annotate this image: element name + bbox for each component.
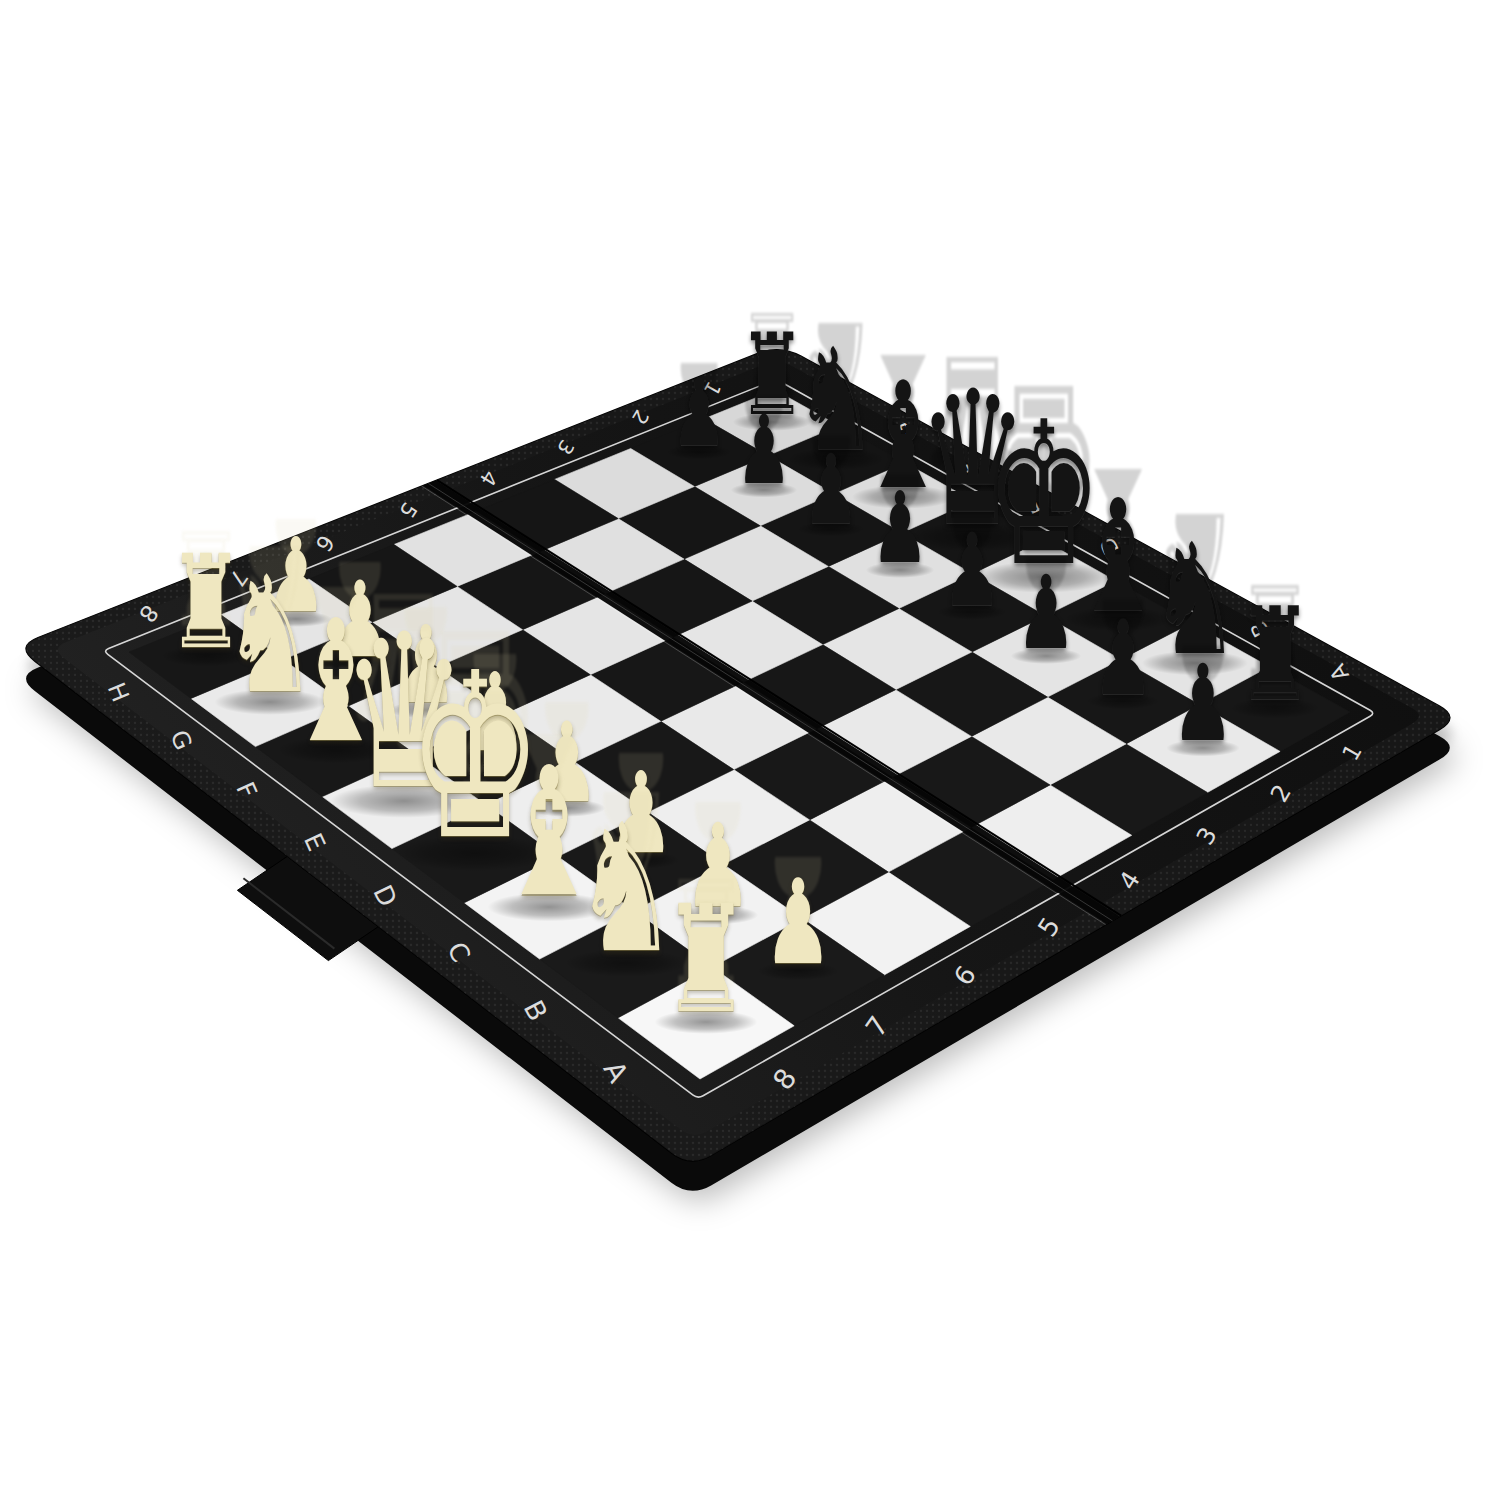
- piece-reflection: ♞: [795, 301, 878, 442]
- piece-reflection: ♚: [407, 595, 543, 824]
- piece-shadow: [602, 851, 680, 869]
- piece-glyph: ♟: [395, 612, 458, 719]
- piece-glyph: ♟: [736, 403, 792, 498]
- piece-shadow: [852, 485, 955, 509]
- piece-glyph: ♞: [1150, 522, 1241, 676]
- piece-glyph: ♝: [496, 744, 601, 922]
- piece-shadow: [732, 413, 811, 431]
- piece-glyph: ♜: [168, 537, 245, 666]
- piece-glyph: ♟: [607, 758, 674, 870]
- piece-shadow: [277, 737, 395, 764]
- piece-reflection: ♜: [1237, 564, 1313, 692]
- piece-glyph: ♟: [763, 863, 833, 981]
- piece-glyph: ♝: [286, 596, 386, 765]
- piece-glyph: ♝: [1072, 478, 1164, 633]
- piece-reflection: ♛: [341, 561, 467, 774]
- piece-reflection: ♞: [574, 764, 679, 941]
- piece-shadow: [866, 562, 935, 578]
- piece-glyph: ♞: [795, 330, 878, 471]
- piece-reflection: ♚: [985, 355, 1102, 553]
- piece-reflection: ♟: [803, 421, 860, 517]
- piece-shadow: [667, 445, 732, 460]
- piece-shadow: [757, 962, 839, 981]
- piece-shadow: [1087, 692, 1160, 709]
- piece-shadow: [395, 834, 555, 871]
- piece-shadow: [677, 905, 758, 924]
- piece-shadow: [161, 645, 251, 666]
- piece-reflection: ♟: [395, 590, 458, 697]
- piece-reflection: ♟: [942, 499, 1002, 600]
- piece-reflection: ♝: [496, 707, 601, 885]
- piece-reflection: ♟: [684, 785, 752, 901]
- piece-reflection: ♛: [918, 328, 1028, 514]
- piece-glyph: ♚: [407, 643, 543, 872]
- piece-reflection: ♜: [662, 855, 750, 1003]
- piece-reflection: ♟: [1093, 584, 1155, 688]
- piece-glyph: ♝: [860, 362, 947, 509]
- piece-glyph: ♞: [574, 801, 679, 978]
- piece-shadow: [389, 701, 464, 718]
- piece-reflection: ♟: [534, 685, 599, 795]
- piece-shadow: [937, 604, 1007, 620]
- piece-shadow: [975, 561, 1113, 593]
- piece-shadow: [731, 483, 798, 498]
- piece-glyph: ♟: [1172, 651, 1235, 757]
- piece-glyph: ♛: [918, 367, 1028, 553]
- piece-shadow: [1064, 607, 1172, 632]
- piece-reflection: ♟: [1016, 541, 1076, 643]
- piece-reflection: ♟: [763, 839, 833, 957]
- piece-shadow: [1011, 648, 1082, 664]
- piece-glyph: ♟: [803, 441, 860, 537]
- piece-glyph: ♚: [985, 396, 1102, 594]
- product-photo: 1122334455667788HHGGFFEEDDCCBBAA ♜♜♞♞♟♟♝…: [0, 0, 1500, 1500]
- piece-glyph: ♟: [684, 809, 752, 925]
- piece-reflection: ♟: [266, 503, 327, 606]
- piece-shadow: [1230, 698, 1320, 719]
- piece-reflection: ♞: [222, 521, 317, 682]
- piece-glyph: ♟: [534, 707, 599, 817]
- piece-shadow: [564, 949, 688, 977]
- piece-reflection: ♟: [871, 459, 929, 558]
- piece-glyph: ♜: [738, 318, 805, 431]
- piece-glyph: ♛: [341, 606, 467, 819]
- pieces-layer: ♜♜♞♞♟♟♝♝♟♟♛♛♟♟♚♚♟♟♝♝♟♟♞♞♟♟♟♟♜♜♟♟♟♟♜♜♟♟♟♟…: [0, 0, 1500, 1500]
- piece-reflection: ♟: [463, 637, 527, 745]
- piece-glyph: ♟: [1093, 606, 1155, 710]
- piece-shadow: [654, 1010, 758, 1034]
- piece-reflection: ♝: [1072, 446, 1164, 601]
- piece-glyph: ♜: [1237, 591, 1313, 719]
- piece-shadow: [908, 522, 1038, 552]
- piece-glyph: ♟: [942, 520, 1002, 621]
- piece-reflection: ♟: [672, 347, 727, 440]
- piece-shadow: [487, 892, 611, 921]
- piece-shadow: [528, 799, 605, 817]
- piece-shadow: [1142, 651, 1249, 676]
- piece-reflection: ♟: [607, 734, 674, 846]
- piece-glyph: ♟: [463, 659, 527, 767]
- piece-reflection: ♜: [738, 295, 805, 408]
- piece-shadow: [458, 750, 533, 767]
- piece-glyph: ♟: [871, 480, 929, 579]
- piece-reflection: ♟: [1172, 629, 1235, 735]
- piece-reflection: ♜: [168, 511, 245, 640]
- piece-reflection: ♞: [1150, 491, 1241, 645]
- piece-glyph: ♟: [1016, 563, 1076, 665]
- piece-glyph: ♟: [266, 524, 327, 627]
- piece-glyph: ♞: [222, 555, 317, 716]
- piece-shadow: [1166, 739, 1240, 756]
- piece-glyph: ♟: [672, 367, 727, 460]
- piece-reflection: ♝: [860, 332, 947, 479]
- piece-shadow: [798, 522, 865, 537]
- piece-shadow: [329, 784, 478, 818]
- piece-shadow: [214, 689, 326, 715]
- piece-reflection: ♟: [329, 546, 391, 651]
- piece-shadow: [787, 448, 885, 471]
- piece-reflection: ♝: [286, 561, 386, 730]
- piece-reflection: ♟: [736, 383, 792, 478]
- piece-glyph: ♟: [329, 567, 391, 672]
- piece-shadow: [324, 655, 397, 672]
- piece-shadow: [260, 611, 332, 627]
- piece-glyph: ♜: [662, 886, 750, 1034]
